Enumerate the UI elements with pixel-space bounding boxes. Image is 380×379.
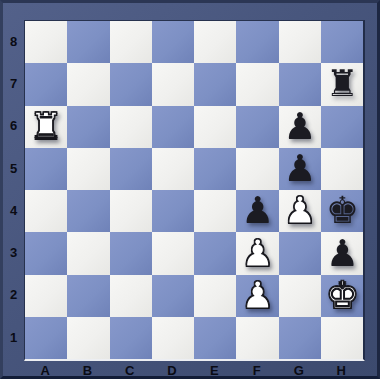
square-h7[interactable]: ♜: [321, 63, 363, 105]
square-h2[interactable]: ♚: [321, 275, 363, 317]
square-g4[interactable]: ♟: [279, 190, 321, 232]
file-label-D: D: [151, 361, 193, 379]
square-b5[interactable]: [67, 148, 109, 190]
square-f6[interactable]: [236, 106, 278, 148]
file-label-E: E: [193, 361, 235, 379]
square-d1[interactable]: [152, 317, 194, 359]
square-g7[interactable]: [279, 63, 321, 105]
file-label-C: C: [109, 361, 151, 379]
square-b7[interactable]: [67, 63, 109, 105]
rank-label-5: 5: [3, 147, 24, 189]
square-e6[interactable]: [194, 106, 236, 148]
file-label-G: G: [278, 361, 320, 379]
square-b1[interactable]: [67, 317, 109, 359]
square-c6[interactable]: [110, 106, 152, 148]
black-pawn-f4[interactable]: ♟: [241, 190, 274, 232]
square-h6[interactable]: [321, 106, 363, 148]
square-g5[interactable]: ♟: [279, 148, 321, 190]
file-label-H: H: [320, 361, 362, 379]
rank-label-6: 6: [3, 105, 24, 147]
black-rook-h7[interactable]: ♜: [326, 63, 359, 105]
square-e4[interactable]: [194, 190, 236, 232]
square-d7[interactable]: [152, 63, 194, 105]
square-b2[interactable]: [67, 275, 109, 317]
square-c7[interactable]: [110, 63, 152, 105]
square-h3[interactable]: ♟: [321, 232, 363, 274]
square-a4[interactable]: [25, 190, 67, 232]
white-pawn-f3[interactable]: ♟: [241, 233, 274, 275]
square-a3[interactable]: [25, 232, 67, 274]
square-g8[interactable]: [279, 21, 321, 63]
rank-label-8: 8: [3, 20, 24, 62]
white-pawn-g4[interactable]: ♟: [283, 190, 316, 232]
square-b4[interactable]: [67, 190, 109, 232]
black-king-h4[interactable]: ♚: [326, 190, 359, 232]
square-h5[interactable]: [321, 148, 363, 190]
square-a6[interactable]: ♜: [25, 106, 67, 148]
square-f1[interactable]: [236, 317, 278, 359]
black-pawn-g6[interactable]: ♟: [283, 106, 316, 148]
square-f8[interactable]: [236, 21, 278, 63]
white-king-h2[interactable]: ♚: [326, 275, 359, 317]
square-e7[interactable]: [194, 63, 236, 105]
square-a5[interactable]: [25, 148, 67, 190]
square-c3[interactable]: [110, 232, 152, 274]
black-pawn-h3[interactable]: ♟: [326, 233, 359, 275]
square-d2[interactable]: [152, 275, 194, 317]
square-a2[interactable]: [25, 275, 67, 317]
square-d3[interactable]: [152, 232, 194, 274]
square-b8[interactable]: [67, 21, 109, 63]
square-e8[interactable]: [194, 21, 236, 63]
file-label-B: B: [66, 361, 108, 379]
rank-label-4: 4: [3, 189, 24, 231]
square-d6[interactable]: [152, 106, 194, 148]
rank-labels: 87654321: [3, 20, 24, 360]
square-b3[interactable]: [67, 232, 109, 274]
square-c8[interactable]: [110, 21, 152, 63]
square-f7[interactable]: [236, 63, 278, 105]
white-rook-a6[interactable]: ♜: [30, 106, 63, 148]
square-c2[interactable]: [110, 275, 152, 317]
square-c5[interactable]: [110, 148, 152, 190]
square-e3[interactable]: [194, 232, 236, 274]
chessboard: ♜♜♟♟♟♟♚♟♟♟♚: [24, 20, 365, 361]
square-g3[interactable]: [279, 232, 321, 274]
square-d8[interactable]: [152, 21, 194, 63]
square-c1[interactable]: [110, 317, 152, 359]
square-b6[interactable]: [67, 106, 109, 148]
rank-label-2: 2: [3, 274, 24, 316]
square-h4[interactable]: ♚: [321, 190, 363, 232]
square-d5[interactable]: [152, 148, 194, 190]
square-d4[interactable]: [152, 190, 194, 232]
square-e1[interactable]: [194, 317, 236, 359]
file-labels: ABCDEFGH: [24, 361, 364, 379]
file-label-F: F: [235, 361, 277, 379]
chessboard-frame: 87654321 ♜♜♟♟♟♟♚♟♟♟♚ ABCDEFGH: [0, 0, 380, 379]
black-pawn-g5[interactable]: ♟: [283, 148, 316, 190]
square-f3[interactable]: ♟: [236, 232, 278, 274]
square-a7[interactable]: [25, 63, 67, 105]
rank-label-3: 3: [3, 231, 24, 273]
square-c4[interactable]: [110, 190, 152, 232]
white-pawn-f2[interactable]: ♟: [241, 275, 274, 317]
square-g1[interactable]: [279, 317, 321, 359]
file-label-A: A: [24, 361, 66, 379]
square-f2[interactable]: ♟: [236, 275, 278, 317]
square-a1[interactable]: [25, 317, 67, 359]
square-g2[interactable]: [279, 275, 321, 317]
rank-label-7: 7: [3, 62, 24, 104]
square-f4[interactable]: ♟: [236, 190, 278, 232]
square-e5[interactable]: [194, 148, 236, 190]
square-h8[interactable]: [321, 21, 363, 63]
square-h1[interactable]: [321, 317, 363, 359]
square-g6[interactable]: ♟: [279, 106, 321, 148]
rank-label-1: 1: [3, 316, 24, 358]
square-f5[interactable]: [236, 148, 278, 190]
square-a8[interactable]: [25, 21, 67, 63]
square-e2[interactable]: [194, 275, 236, 317]
